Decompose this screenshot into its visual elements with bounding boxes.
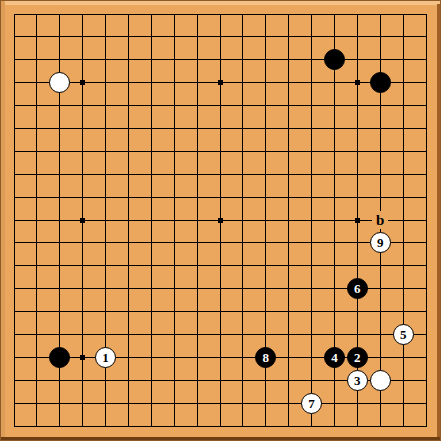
- point-label-b: b: [372, 211, 388, 229]
- go-board: 965428137 b: [0, 0, 441, 441]
- label-layer: b: [0, 0, 441, 441]
